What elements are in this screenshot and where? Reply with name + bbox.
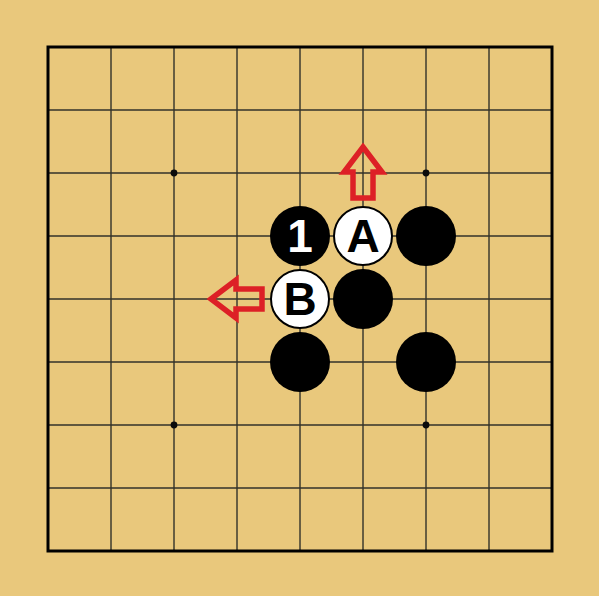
intersection-g9[interactable] — [395, 16, 458, 79]
intersection-b3[interactable] — [80, 394, 143, 457]
white-stone-A: A — [333, 206, 393, 266]
intersection-e8[interactable] — [269, 79, 332, 142]
intersection-j9[interactable] — [521, 16, 584, 79]
intersection-e3[interactable] — [269, 394, 332, 457]
intersection-h8[interactable] — [458, 79, 521, 142]
intersection-b5[interactable] — [80, 268, 143, 331]
intersection-c7[interactable] — [143, 142, 206, 205]
intersection-d3[interactable] — [206, 394, 269, 457]
intersection-c8[interactable] — [143, 79, 206, 142]
black-stone — [333, 269, 393, 329]
intersection-e1[interactable] — [269, 520, 332, 583]
intersection-a8[interactable] — [17, 79, 80, 142]
intersection-e6[interactable]: 1 — [269, 205, 332, 268]
go-board: 1AB — [17, 16, 584, 583]
intersection-f1[interactable] — [332, 520, 395, 583]
intersection-j5[interactable] — [521, 268, 584, 331]
intersection-b8[interactable] — [80, 79, 143, 142]
intersection-j6[interactable] — [521, 205, 584, 268]
go-diagram-page: 1AB — [0, 0, 599, 596]
black-stone — [396, 332, 456, 392]
intersection-j7[interactable] — [521, 142, 584, 205]
intersection-a6[interactable] — [17, 205, 80, 268]
intersection-a3[interactable] — [17, 394, 80, 457]
intersection-h6[interactable] — [458, 205, 521, 268]
intersection-j8[interactable] — [521, 79, 584, 142]
intersection-a1[interactable] — [17, 520, 80, 583]
intersection-d2[interactable] — [206, 457, 269, 520]
intersection-g7[interactable] — [395, 142, 458, 205]
intersection-d6[interactable] — [206, 205, 269, 268]
intersection-j4[interactable] — [521, 331, 584, 394]
intersection-h3[interactable] — [458, 394, 521, 457]
white-stone-B: B — [270, 269, 330, 329]
intersection-f7[interactable] — [332, 142, 395, 205]
intersection-h5[interactable] — [458, 268, 521, 331]
intersection-j2[interactable] — [521, 457, 584, 520]
intersection-h9[interactable] — [458, 16, 521, 79]
intersection-c3[interactable] — [143, 394, 206, 457]
intersection-d4[interactable] — [206, 331, 269, 394]
intersection-f3[interactable] — [332, 394, 395, 457]
black-stone — [396, 206, 456, 266]
intersection-g4[interactable] — [395, 331, 458, 394]
intersection-h2[interactable] — [458, 457, 521, 520]
intersection-h1[interactable] — [458, 520, 521, 583]
intersection-a7[interactable] — [17, 142, 80, 205]
intersection-a9[interactable] — [17, 16, 80, 79]
intersection-f8[interactable] — [332, 79, 395, 142]
intersection-c6[interactable] — [143, 205, 206, 268]
intersection-e7[interactable] — [269, 142, 332, 205]
intersection-f9[interactable] — [332, 16, 395, 79]
intersection-h7[interactable] — [458, 142, 521, 205]
intersection-d9[interactable] — [206, 16, 269, 79]
intersection-a5[interactable] — [17, 268, 80, 331]
intersection-g6[interactable] — [395, 205, 458, 268]
intersection-c5[interactable] — [143, 268, 206, 331]
intersection-d8[interactable] — [206, 79, 269, 142]
intersection-b7[interactable] — [80, 142, 143, 205]
intersection-f5[interactable] — [332, 268, 395, 331]
intersection-b1[interactable] — [80, 520, 143, 583]
intersection-f2[interactable] — [332, 457, 395, 520]
intersection-b2[interactable] — [80, 457, 143, 520]
intersection-e5[interactable]: B — [269, 268, 332, 331]
intersection-d1[interactable] — [206, 520, 269, 583]
intersection-c4[interactable] — [143, 331, 206, 394]
intersection-f4[interactable] — [332, 331, 395, 394]
intersection-h4[interactable] — [458, 331, 521, 394]
intersection-b6[interactable] — [80, 205, 143, 268]
intersection-c9[interactable] — [143, 16, 206, 79]
intersection-d5[interactable] — [206, 268, 269, 331]
intersection-g2[interactable] — [395, 457, 458, 520]
black-stone-1: 1 — [270, 206, 330, 266]
intersection-e4[interactable] — [269, 331, 332, 394]
intersection-g3[interactable] — [395, 394, 458, 457]
intersection-d7[interactable] — [206, 142, 269, 205]
intersection-f6[interactable]: A — [332, 205, 395, 268]
intersection-a4[interactable] — [17, 331, 80, 394]
intersection-j1[interactable] — [521, 520, 584, 583]
intersection-c2[interactable] — [143, 457, 206, 520]
intersection-c1[interactable] — [143, 520, 206, 583]
intersection-g5[interactable] — [395, 268, 458, 331]
intersection-j3[interactable] — [521, 394, 584, 457]
intersection-b9[interactable] — [80, 16, 143, 79]
intersection-g1[interactable] — [395, 520, 458, 583]
intersection-e2[interactable] — [269, 457, 332, 520]
intersection-e9[interactable] — [269, 16, 332, 79]
intersection-a2[interactable] — [17, 457, 80, 520]
intersection-b4[interactable] — [80, 331, 143, 394]
intersection-g8[interactable] — [395, 79, 458, 142]
black-stone — [270, 332, 330, 392]
